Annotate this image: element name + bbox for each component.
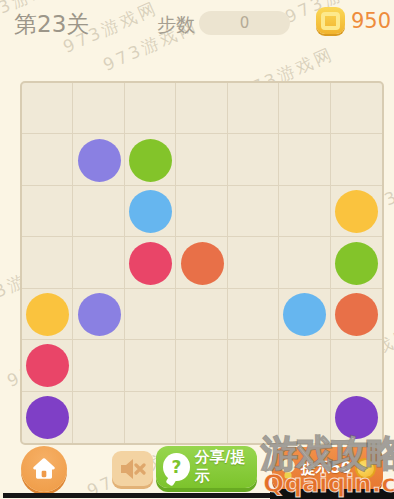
dot-yellow[interactable] [335, 190, 378, 233]
board-cell[interactable] [279, 237, 330, 288]
question-mark: ? [171, 457, 181, 477]
board-cell[interactable] [228, 134, 279, 185]
speaker-muted-icon [119, 458, 146, 480]
dot-red[interactable] [129, 242, 172, 285]
board-cell[interactable] [176, 186, 227, 237]
board-cell[interactable] [176, 83, 227, 134]
dot-yellow[interactable] [26, 293, 69, 336]
dot-orange[interactable] [335, 293, 378, 336]
share-hint-label: 分享/提示 [195, 448, 257, 486]
board-cell[interactable] [125, 289, 176, 340]
board-cell[interactable] [331, 340, 382, 391]
board-cell[interactable] [331, 83, 382, 134]
site-watermark-url: Qqaiqin.com [263, 469, 394, 498]
board-cell[interactable] [176, 392, 227, 443]
dot-green[interactable] [129, 139, 172, 182]
dot-violet[interactable] [26, 396, 69, 439]
dot-blue[interactable] [283, 293, 326, 336]
dot-blue[interactable] [129, 190, 172, 233]
home-icon [30, 455, 58, 483]
share-hint-button[interactable]: ? 分享/提示 [156, 446, 257, 488]
board-cell[interactable] [125, 83, 176, 134]
board-cell[interactable] [176, 134, 227, 185]
dot-purple[interactable] [78, 293, 121, 336]
question-bubble-icon: ? [163, 453, 190, 481]
board-cell[interactable] [22, 83, 73, 134]
board-cell[interactable] [176, 340, 227, 391]
coin-count: 950 [351, 9, 391, 33]
dot-purple[interactable] [78, 139, 121, 182]
board-cell[interactable] [73, 186, 124, 237]
steps-counter: 0 [199, 11, 290, 35]
board-cell[interactable] [73, 340, 124, 391]
board-cell[interactable] [228, 237, 279, 288]
board-cell[interactable] [22, 134, 73, 185]
board-cell[interactable] [279, 186, 330, 237]
game-screen: 973游戏网 973游戏网 973游戏网 973游戏网 973游戏网 973游戏… [0, 0, 394, 499]
board-cell[interactable] [125, 340, 176, 391]
board-cell[interactable] [73, 392, 124, 443]
board-cell[interactable] [176, 289, 227, 340]
board-cell[interactable] [22, 186, 73, 237]
steps-value: 0 [240, 14, 250, 32]
board-cell[interactable] [73, 237, 124, 288]
board-cell[interactable] [22, 237, 73, 288]
board-cell[interactable] [279, 134, 330, 185]
coin-balance: 950 [316, 7, 391, 34]
board-cell[interactable] [125, 392, 176, 443]
board-cell[interactable] [279, 83, 330, 134]
board-cell[interactable] [228, 289, 279, 340]
mute-button[interactable] [112, 451, 153, 486]
board-cell[interactable] [228, 186, 279, 237]
board-cell[interactable] [228, 340, 279, 391]
board-cell[interactable] [228, 83, 279, 134]
board-cell[interactable] [331, 134, 382, 185]
dot-green[interactable] [335, 242, 378, 285]
dot-orange[interactable] [181, 242, 224, 285]
board-cell[interactable] [73, 83, 124, 134]
board-cell[interactable] [279, 340, 330, 391]
steps-label: 步数 [157, 12, 195, 38]
puzzle-board[interactable] [20, 81, 384, 445]
level-title: 第23关 [14, 9, 89, 40]
home-button[interactable] [21, 446, 67, 492]
coin-icon [316, 7, 345, 34]
